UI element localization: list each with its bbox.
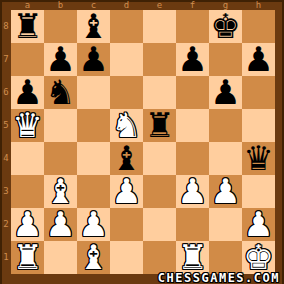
square-g4[interactable] xyxy=(209,142,242,175)
square-e3[interactable] xyxy=(143,175,176,208)
square-d5[interactable]: ♞ xyxy=(110,109,143,142)
square-b1[interactable] xyxy=(44,241,77,274)
square-d2[interactable] xyxy=(110,208,143,241)
board-frame-edge-right xyxy=(282,0,284,284)
rank-label-2: 2 xyxy=(1,208,11,241)
square-b5[interactable] xyxy=(44,109,77,142)
file-label-h: h xyxy=(242,0,275,10)
square-b2[interactable]: ♟ xyxy=(44,208,77,241)
square-h7[interactable]: ♟ xyxy=(242,43,275,76)
square-c4[interactable] xyxy=(77,142,110,175)
square-c8[interactable]: ♝ xyxy=(77,10,110,43)
square-f2[interactable] xyxy=(176,208,209,241)
rank-label-6: 6 xyxy=(1,76,11,109)
square-e2[interactable] xyxy=(143,208,176,241)
square-b4[interactable] xyxy=(44,142,77,175)
square-h3[interactable] xyxy=(242,175,275,208)
file-label-a: a xyxy=(11,0,44,10)
piece-white-pawn-f3: ♟ xyxy=(177,174,207,208)
file-label-e: e xyxy=(143,0,176,10)
square-g7[interactable] xyxy=(209,43,242,76)
square-e4[interactable] xyxy=(143,142,176,175)
piece-white-bishop-b3: ♝ xyxy=(45,174,75,208)
piece-white-pawn-g3: ♟ xyxy=(210,174,240,208)
square-e8[interactable] xyxy=(143,10,176,43)
piece-white-bishop-c1: ♝ xyxy=(78,240,108,274)
piece-black-king-g8: ♚ xyxy=(210,9,240,43)
piece-white-king-h1: ♚ xyxy=(243,240,273,274)
piece-white-pawn-h2: ♟ xyxy=(243,207,273,241)
square-g8[interactable]: ♚ xyxy=(209,10,242,43)
rank-label-8: 8 xyxy=(1,10,11,43)
square-a3[interactable] xyxy=(11,175,44,208)
square-b3[interactable]: ♝ xyxy=(44,175,77,208)
square-a6[interactable]: ♟ xyxy=(11,76,44,109)
square-f6[interactable] xyxy=(176,76,209,109)
square-f3[interactable]: ♟ xyxy=(176,175,209,208)
piece-black-bishop-c8: ♝ xyxy=(78,9,108,43)
square-d8[interactable] xyxy=(110,10,143,43)
square-f1[interactable]: ♜ xyxy=(176,241,209,274)
chessgames-watermark: CHESSGAMES.COM xyxy=(158,273,280,284)
piece-black-pawn-b7: ♟ xyxy=(45,42,75,76)
square-a7[interactable] xyxy=(11,43,44,76)
square-f8[interactable] xyxy=(176,10,209,43)
piece-white-pawn-c2: ♟ xyxy=(78,207,108,241)
rank-label-4: 4 xyxy=(1,142,11,175)
piece-black-pawn-h7: ♟ xyxy=(243,42,273,76)
square-e6[interactable] xyxy=(143,76,176,109)
square-a4[interactable] xyxy=(11,142,44,175)
square-f5[interactable] xyxy=(176,109,209,142)
square-c6[interactable] xyxy=(77,76,110,109)
square-e5[interactable]: ♜ xyxy=(143,109,176,142)
piece-black-rook-e5: ♜ xyxy=(144,108,174,142)
square-g6[interactable]: ♟ xyxy=(209,76,242,109)
square-d7[interactable] xyxy=(110,43,143,76)
file-label-b: b xyxy=(44,0,77,10)
file-label-d: d xyxy=(110,0,143,10)
square-h6[interactable] xyxy=(242,76,275,109)
square-c1[interactable]: ♝ xyxy=(77,241,110,274)
square-h1[interactable]: ♚ xyxy=(242,241,275,274)
board: ♜♝♚♟♟♟♟♟♞♟♛♞♜♝♛♝♟♟♟♟♟♟♟♜♝♜♚ xyxy=(11,10,275,274)
square-g3[interactable]: ♟ xyxy=(209,175,242,208)
square-d6[interactable] xyxy=(110,76,143,109)
piece-black-queen-h4: ♛ xyxy=(243,141,273,175)
square-f7[interactable]: ♟ xyxy=(176,43,209,76)
square-b7[interactable]: ♟ xyxy=(44,43,77,76)
file-label-f: f xyxy=(176,0,209,10)
square-d3[interactable]: ♟ xyxy=(110,175,143,208)
square-h2[interactable]: ♟ xyxy=(242,208,275,241)
file-label-g: g xyxy=(209,0,242,10)
square-f4[interactable] xyxy=(176,142,209,175)
piece-white-rook-a1: ♜ xyxy=(12,240,42,274)
square-c3[interactable] xyxy=(77,175,110,208)
square-e7[interactable] xyxy=(143,43,176,76)
square-g1[interactable] xyxy=(209,241,242,274)
piece-white-pawn-d3: ♟ xyxy=(111,174,141,208)
square-b8[interactable] xyxy=(44,10,77,43)
square-h4[interactable]: ♛ xyxy=(242,142,275,175)
rank-label-7: 7 xyxy=(1,43,11,76)
square-a5[interactable]: ♛ xyxy=(11,109,44,142)
square-h5[interactable] xyxy=(242,109,275,142)
square-h8[interactable] xyxy=(242,10,275,43)
piece-black-pawn-f7: ♟ xyxy=(177,42,207,76)
piece-black-pawn-g6: ♟ xyxy=(210,75,240,109)
piece-white-rook-f1: ♜ xyxy=(177,240,207,274)
rank-label-1: 1 xyxy=(1,241,11,274)
square-b6[interactable]: ♞ xyxy=(44,76,77,109)
chess-board-diagram: ♜♝♚♟♟♟♟♟♞♟♛♞♜♝♛♝♟♟♟♟♟♟♟♜♝♜♚ abcdefgh 876… xyxy=(0,0,284,284)
square-a2[interactable]: ♟ xyxy=(11,208,44,241)
rank-label-5: 5 xyxy=(1,109,11,142)
piece-black-pawn-c7: ♟ xyxy=(78,42,108,76)
square-d4[interactable]: ♝ xyxy=(110,142,143,175)
file-label-c: c xyxy=(77,0,110,10)
square-c7[interactable]: ♟ xyxy=(77,43,110,76)
square-d1[interactable] xyxy=(110,241,143,274)
piece-white-pawn-a2: ♟ xyxy=(12,207,42,241)
square-a8[interactable]: ♜ xyxy=(11,10,44,43)
piece-white-queen-a5: ♛ xyxy=(12,108,42,142)
piece-black-bishop-d4: ♝ xyxy=(111,141,141,175)
square-e1[interactable] xyxy=(143,241,176,274)
square-c5[interactable] xyxy=(77,109,110,142)
piece-white-pawn-b2: ♟ xyxy=(45,207,75,241)
piece-black-pawn-a6: ♟ xyxy=(12,75,42,109)
rank-label-3: 3 xyxy=(1,175,11,208)
piece-black-rook-a8: ♜ xyxy=(12,9,42,43)
square-c2[interactable]: ♟ xyxy=(77,208,110,241)
square-g2[interactable] xyxy=(209,208,242,241)
square-g5[interactable] xyxy=(209,109,242,142)
piece-white-knight-d5: ♞ xyxy=(111,108,141,142)
piece-black-knight-b6: ♞ xyxy=(45,75,75,109)
square-a1[interactable]: ♜ xyxy=(11,241,44,274)
